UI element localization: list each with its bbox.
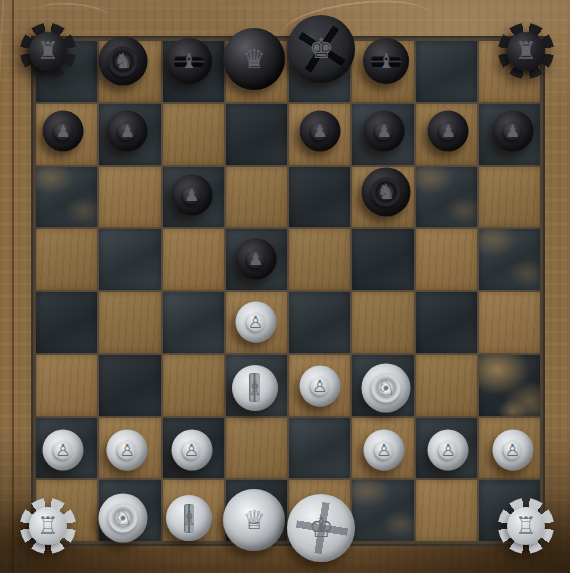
white-bishop-glyph: ♗ bbox=[246, 378, 264, 398]
square-a3[interactable] bbox=[36, 355, 97, 416]
square-h5[interactable] bbox=[479, 229, 540, 290]
scratch-mark bbox=[37, 0, 108, 26]
piece-black-knight[interactable]: ♞ bbox=[99, 37, 148, 86]
scratch-mark bbox=[0, 0, 4, 86]
square-d6[interactable] bbox=[226, 167, 287, 228]
piece-white-bishop[interactable]: ♗ bbox=[166, 495, 212, 541]
square-b4[interactable] bbox=[99, 292, 160, 353]
square-h6[interactable] bbox=[479, 167, 540, 228]
square-h3[interactable] bbox=[479, 355, 540, 416]
piece-white-knight[interactable]: ♘ bbox=[99, 494, 148, 543]
piece-black-pawn[interactable]: ♟ bbox=[428, 111, 469, 152]
piece-black-pawn[interactable]: ♟ bbox=[107, 111, 148, 152]
piece-white-pawn[interactable]: ♙ bbox=[299, 366, 340, 407]
white-pawn-glyph: ♙ bbox=[248, 314, 263, 331]
piece-white-pawn[interactable]: ♙ bbox=[492, 429, 533, 470]
square-g3[interactable] bbox=[416, 355, 477, 416]
black-rook-glyph: ♜ bbox=[515, 39, 537, 63]
square-a5[interactable] bbox=[36, 229, 97, 290]
piece-white-queen[interactable]: ♕ bbox=[223, 489, 285, 551]
black-pawn-glyph: ♟ bbox=[312, 123, 327, 140]
square-b3[interactable] bbox=[99, 355, 160, 416]
white-pawn-glyph: ♙ bbox=[505, 441, 520, 458]
square-g1[interactable] bbox=[416, 480, 477, 541]
square-b6[interactable] bbox=[99, 167, 160, 228]
piece-white-pawn[interactable]: ♙ bbox=[364, 429, 405, 470]
square-h4[interactable] bbox=[479, 292, 540, 353]
white-pawn-glyph: ♙ bbox=[55, 441, 70, 458]
piece-black-pawn[interactable]: ♟ bbox=[235, 238, 276, 279]
piece-black-bishop[interactable]: ♝ bbox=[166, 38, 212, 84]
black-pawn-glyph: ♟ bbox=[505, 123, 520, 140]
piece-white-knight[interactable]: ♘ bbox=[362, 363, 411, 412]
black-king-glyph: ♚ bbox=[309, 35, 334, 63]
white-pawn-glyph: ♙ bbox=[441, 441, 456, 458]
piece-black-pawn[interactable]: ♟ bbox=[299, 111, 340, 152]
square-e4[interactable] bbox=[289, 292, 350, 353]
square-c3[interactable] bbox=[163, 355, 224, 416]
piece-black-king[interactable]: ♚ bbox=[287, 15, 355, 83]
black-pawn-glyph: ♟ bbox=[120, 123, 135, 140]
white-rook-glyph: ♖ bbox=[515, 514, 537, 538]
black-queen-glyph: ♛ bbox=[243, 46, 266, 72]
piece-black-pawn[interactable]: ♟ bbox=[171, 175, 212, 216]
square-g4[interactable] bbox=[416, 292, 477, 353]
square-c5[interactable] bbox=[163, 229, 224, 290]
square-e6[interactable] bbox=[289, 167, 350, 228]
square-a6[interactable] bbox=[36, 167, 97, 228]
piece-white-pawn[interactable]: ♙ bbox=[43, 429, 84, 470]
white-rook-glyph: ♖ bbox=[37, 514, 59, 538]
black-pawn-glyph: ♟ bbox=[184, 187, 199, 204]
square-d2[interactable] bbox=[226, 418, 287, 479]
white-pawn-glyph: ♙ bbox=[184, 441, 199, 458]
piece-white-bishop[interactable]: ♗ bbox=[232, 365, 278, 411]
black-bishop-glyph: ♝ bbox=[180, 51, 198, 71]
piece-white-rook[interactable]: ♖ bbox=[20, 498, 76, 554]
chess-board: ♜♞♝♛♚♝♜♟♟♟♟♟♟♟♞♟♙♗♙♘♙♙♙♙♙♙♖♘♗♕♔♖ bbox=[33, 38, 543, 544]
square-d7[interactable] bbox=[226, 104, 287, 165]
white-pawn-glyph: ♙ bbox=[376, 441, 391, 458]
white-knight-glyph: ♘ bbox=[114, 508, 133, 529]
piece-black-rook[interactable]: ♜ bbox=[498, 23, 554, 79]
black-pawn-glyph: ♟ bbox=[55, 123, 70, 140]
square-e5[interactable] bbox=[289, 229, 350, 290]
frame-groove-left bbox=[12, 0, 14, 573]
white-bishop-glyph: ♗ bbox=[180, 508, 198, 528]
piece-white-pawn[interactable]: ♙ bbox=[107, 429, 148, 470]
black-rook-glyph: ♜ bbox=[37, 39, 59, 63]
square-f5[interactable] bbox=[352, 229, 413, 290]
square-g6[interactable] bbox=[416, 167, 477, 228]
square-a4[interactable] bbox=[36, 292, 97, 353]
square-b5[interactable] bbox=[99, 229, 160, 290]
black-pawn-glyph: ♟ bbox=[248, 250, 263, 267]
piece-black-pawn[interactable]: ♟ bbox=[364, 111, 405, 152]
piece-white-rook[interactable]: ♖ bbox=[498, 498, 554, 554]
white-king-glyph: ♔ bbox=[309, 514, 334, 542]
square-g8[interactable] bbox=[416, 41, 477, 102]
black-bishop-glyph: ♝ bbox=[377, 51, 395, 71]
piece-white-king[interactable]: ♔ bbox=[287, 494, 355, 562]
white-knight-glyph: ♘ bbox=[377, 377, 396, 398]
square-f4[interactable] bbox=[352, 292, 413, 353]
piece-white-pawn[interactable]: ♙ bbox=[428, 429, 469, 470]
black-knight-glyph: ♞ bbox=[377, 181, 396, 202]
piece-black-pawn[interactable]: ♟ bbox=[492, 111, 533, 152]
piece-black-queen[interactable]: ♛ bbox=[223, 28, 285, 90]
white-pawn-glyph: ♙ bbox=[312, 378, 327, 395]
black-pawn-glyph: ♟ bbox=[441, 123, 456, 140]
square-e2[interactable] bbox=[289, 418, 350, 479]
square-g5[interactable] bbox=[416, 229, 477, 290]
piece-white-pawn[interactable]: ♙ bbox=[235, 302, 276, 343]
square-f1[interactable] bbox=[352, 480, 413, 541]
black-pawn-glyph: ♟ bbox=[376, 123, 391, 140]
square-c4[interactable] bbox=[163, 292, 224, 353]
piece-black-knight[interactable]: ♞ bbox=[362, 167, 411, 216]
piece-white-pawn[interactable]: ♙ bbox=[171, 429, 212, 470]
square-c7[interactable] bbox=[163, 104, 224, 165]
white-pawn-glyph: ♙ bbox=[120, 441, 135, 458]
chessboard-photo: { "game": "chess", "scene": "overhead ph… bbox=[0, 0, 570, 573]
black-knight-glyph: ♞ bbox=[114, 51, 133, 72]
piece-black-pawn[interactable]: ♟ bbox=[43, 111, 84, 152]
piece-black-rook[interactable]: ♜ bbox=[20, 23, 76, 79]
piece-black-bishop[interactable]: ♝ bbox=[363, 38, 409, 84]
white-queen-glyph: ♕ bbox=[243, 507, 266, 533]
